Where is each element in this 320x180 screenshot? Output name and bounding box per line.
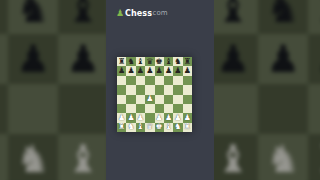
square-f6	[164, 76, 173, 85]
piece-white-bishop: ♝	[137, 123, 144, 131]
logo-text-suffix: com	[153, 9, 168, 17]
square-b1: ♞	[126, 123, 135, 132]
piece-white-pawn: ♟	[118, 114, 125, 122]
square-f1: ♝	[164, 123, 173, 132]
piece-white-pawn: ♟	[137, 114, 144, 122]
square-b7: ♟	[126, 66, 135, 75]
piece-black-bishop: ♝	[66, 0, 100, 28]
piece-black-pawn: ♟	[66, 40, 100, 78]
chess-board: ♜♞♝♛♚♝♞♜♟♟♟♟♟♟♟♟♟♟♟♟♟♟♟♟♜♞♝♛♚♝♞♜	[117, 57, 192, 132]
square-h7: ♟	[183, 66, 192, 75]
square-a8: ♜	[117, 57, 126, 66]
piece-black-knight: ♞	[16, 0, 50, 28]
square-d4: ♟	[145, 95, 154, 104]
square-d6	[145, 76, 154, 85]
bg-square	[258, 84, 308, 134]
square-h1: ♜	[183, 123, 192, 132]
piece-white-bishop: ♝	[66, 140, 100, 178]
piece-black-knight: ♞	[174, 58, 181, 66]
piece-black-pawn: ♟	[156, 67, 163, 75]
square-c3	[136, 104, 145, 113]
piece-white-bishop: ♝	[216, 140, 250, 178]
piece-white-king: ♚	[156, 123, 163, 131]
square-g2: ♟	[173, 113, 182, 122]
bg-square: ♝	[58, 0, 108, 34]
square-f5	[164, 85, 173, 94]
bg-square: ♞	[258, 134, 308, 180]
bg-square	[308, 84, 320, 134]
square-e6	[155, 76, 164, 85]
square-b6	[126, 76, 135, 85]
square-e3	[155, 104, 164, 113]
pawn-icon: ♟	[116, 9, 124, 18]
square-g5	[173, 85, 182, 94]
square-a7: ♟	[117, 66, 126, 75]
bg-square: ♟	[0, 34, 8, 84]
square-e1: ♚	[155, 123, 164, 132]
piece-white-knight: ♞	[127, 123, 134, 131]
piece-white-knight: ♞	[16, 140, 50, 178]
piece-black-pawn: ♟	[16, 40, 50, 78]
bg-square	[8, 84, 58, 134]
square-d7: ♟	[145, 66, 154, 75]
square-e8: ♚	[155, 57, 164, 66]
square-c8: ♝	[136, 57, 145, 66]
square-f8: ♝	[164, 57, 173, 66]
bg-square: ♜	[308, 0, 320, 34]
logo-text-main: Chess	[125, 9, 152, 18]
square-a1: ♜	[117, 123, 126, 132]
square-g6	[173, 76, 182, 85]
bg-square: ♜	[0, 0, 8, 34]
square-a5	[117, 85, 126, 94]
square-f2: ♟	[164, 113, 173, 122]
bg-square	[58, 84, 108, 134]
bg-square: ♝	[208, 134, 258, 180]
square-g7: ♟	[173, 66, 182, 75]
piece-black-pawn: ♟	[118, 67, 125, 75]
square-b8: ♞	[126, 57, 135, 66]
piece-black-king: ♚	[156, 58, 163, 66]
square-e4	[155, 95, 164, 104]
square-g3	[173, 104, 182, 113]
piece-black-knight: ♞	[266, 0, 300, 28]
bg-square: ♟	[8, 34, 58, 84]
piece-black-rook: ♜	[316, 0, 320, 28]
chesscom-logo: ♟ Chess com	[116, 8, 168, 18]
square-c4	[136, 95, 145, 104]
video-frame[interactable]: ♜♞♝♛♚♝♞♜♟♟♟♟♟♟♟♟♜♞♝♛♚♝♞♜ ♟ Chess com ♜♞♝…	[0, 0, 320, 180]
square-c5	[136, 85, 145, 94]
square-b4	[126, 95, 135, 104]
piece-white-pawn: ♟	[156, 114, 163, 122]
square-h4	[183, 95, 192, 104]
piece-black-bishop: ♝	[137, 58, 144, 66]
square-d2	[145, 113, 154, 122]
square-e5	[155, 85, 164, 94]
piece-black-pawn: ♟	[165, 67, 172, 75]
square-b2: ♟	[126, 113, 135, 122]
piece-white-queen: ♛	[146, 123, 153, 131]
piece-black-knight: ♞	[127, 58, 134, 66]
square-e2: ♟	[155, 113, 164, 122]
square-b5	[126, 85, 135, 94]
square-b3	[126, 104, 135, 113]
square-f4	[164, 95, 173, 104]
square-c2: ♟	[136, 113, 145, 122]
piece-white-rook: ♜	[184, 123, 191, 131]
square-h6	[183, 76, 192, 85]
square-g4	[173, 95, 182, 104]
bg-square: ♞	[258, 0, 308, 34]
bg-square: ♞	[8, 0, 58, 34]
piece-black-pawn: ♟	[184, 67, 191, 75]
bg-square: ♜	[308, 134, 320, 180]
square-e7: ♟	[155, 66, 164, 75]
piece-black-pawn: ♟	[266, 40, 300, 78]
square-h8: ♜	[183, 57, 192, 66]
square-c6	[136, 76, 145, 85]
square-d1: ♛	[145, 123, 154, 132]
bg-square: ♞	[8, 134, 58, 180]
piece-white-rook: ♜	[118, 123, 125, 131]
piece-black-pawn: ♟	[137, 67, 144, 75]
square-a4	[117, 95, 126, 104]
square-f3	[164, 104, 173, 113]
piece-black-pawn: ♟	[216, 40, 250, 78]
piece-black-pawn: ♟	[316, 40, 320, 78]
piece-black-bishop: ♝	[216, 0, 250, 28]
square-f7: ♟	[164, 66, 173, 75]
piece-white-knight: ♞	[266, 140, 300, 178]
square-h2: ♟	[183, 113, 192, 122]
piece-black-rook: ♜	[118, 58, 125, 66]
square-d8: ♛	[145, 57, 154, 66]
piece-white-rook: ♜	[316, 140, 320, 178]
bg-square: ♟	[308, 34, 320, 84]
bg-square: ♟	[208, 34, 258, 84]
square-d5	[145, 85, 154, 94]
piece-white-pawn: ♟	[146, 95, 153, 103]
piece-white-knight: ♞	[174, 123, 181, 131]
piece-black-bishop: ♝	[165, 58, 172, 66]
square-a3	[117, 104, 126, 113]
bg-square: ♟	[258, 34, 308, 84]
piece-white-pawn: ♟	[184, 114, 191, 122]
square-c1: ♝	[136, 123, 145, 132]
square-a2: ♟	[117, 113, 126, 122]
square-g1: ♞	[173, 123, 182, 132]
piece-black-pawn: ♟	[127, 67, 134, 75]
piece-black-pawn: ♟	[146, 67, 153, 75]
bg-square: ♜	[0, 134, 8, 180]
piece-white-pawn: ♟	[127, 114, 134, 122]
square-a6	[117, 76, 126, 85]
square-h3	[183, 104, 192, 113]
piece-black-rook: ♜	[184, 58, 191, 66]
piece-white-pawn: ♟	[174, 114, 181, 122]
piece-black-pawn: ♟	[174, 67, 181, 75]
video-strip: ♟ Chess com ♜♞♝♛♚♝♞♜♟♟♟♟♟♟♟♟♟♟♟♟♟♟♟♟♜♞♝♛…	[106, 0, 214, 180]
square-h5	[183, 85, 192, 94]
piece-white-bishop: ♝	[165, 123, 172, 131]
bg-square: ♝	[208, 0, 258, 34]
square-c7: ♟	[136, 66, 145, 75]
piece-white-pawn: ♟	[165, 114, 172, 122]
bg-square: ♟	[58, 34, 108, 84]
piece-black-queen: ♛	[146, 58, 153, 66]
square-g8: ♞	[173, 57, 182, 66]
bg-square	[208, 84, 258, 134]
bg-square	[0, 84, 8, 134]
square-d3	[145, 104, 154, 113]
bg-square: ♝	[58, 134, 108, 180]
